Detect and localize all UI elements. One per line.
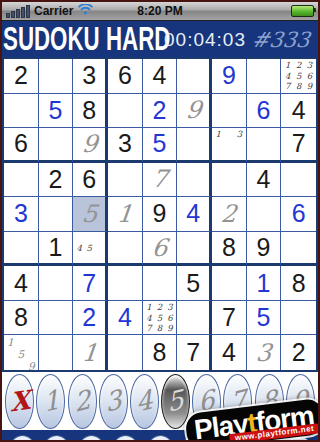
second-row-oval[interactable] bbox=[144, 435, 177, 440]
entered-digit: 2 bbox=[153, 98, 167, 123]
guess-digit: 9 bbox=[80, 132, 98, 156]
sudoku-grid: 2364912345678958296469351372674351942614… bbox=[2, 57, 318, 372]
cell-r5c6[interactable]: 4 bbox=[177, 197, 212, 232]
cell-r3c2[interactable] bbox=[39, 128, 74, 163]
cell-r9c4[interactable] bbox=[108, 335, 143, 370]
cell-r1c9[interactable]: 123456789 bbox=[281, 59, 316, 94]
cell-r2c5[interactable]: 2 bbox=[143, 94, 178, 129]
numpad-label: X bbox=[9, 385, 30, 418]
cell-r8c1[interactable]: 8 bbox=[4, 301, 39, 336]
cell-r3c4[interactable]: 3 bbox=[108, 128, 143, 163]
entered-digit: 2 bbox=[82, 305, 96, 330]
guess-digit: 2 bbox=[220, 202, 238, 226]
cell-r3c9[interactable]: 7 bbox=[281, 128, 316, 163]
numpad-label: 4 bbox=[135, 384, 154, 418]
cell-r5c8[interactable] bbox=[247, 197, 282, 232]
cell-r7c3[interactable]: 7 bbox=[73, 266, 108, 301]
guess-digit: 1 bbox=[80, 341, 98, 365]
cell-r8c4[interactable]: 4 bbox=[108, 301, 143, 336]
candidate-marks: 45 bbox=[74, 233, 104, 263]
app-title: SUDOKU HARD bbox=[3, 21, 170, 57]
cell-r5c4[interactable]: 1 bbox=[108, 197, 143, 232]
cell-r5c1[interactable]: 3 bbox=[4, 197, 39, 232]
given-digit: 2 bbox=[14, 63, 28, 88]
cell-r2c3[interactable]: 8 bbox=[73, 94, 108, 129]
guess-digit: 3 bbox=[255, 341, 273, 365]
entered-digit: 5 bbox=[49, 98, 63, 123]
given-digit: 4 bbox=[257, 167, 271, 192]
cell-r9c3[interactable]: 1 bbox=[73, 335, 108, 370]
cell-r7c1[interactable]: 4 bbox=[4, 266, 39, 301]
given-digit: 8 bbox=[222, 235, 236, 260]
cell-r3c1[interactable]: 6 bbox=[4, 128, 39, 163]
given-digit: 3 bbox=[118, 131, 132, 156]
given-digit: 4 bbox=[222, 340, 236, 365]
given-digit: 8 bbox=[153, 340, 167, 365]
cell-r3c7[interactable]: 13 bbox=[212, 128, 247, 163]
cell-r8c3[interactable]: 2 bbox=[73, 301, 108, 336]
cell-r6c4[interactable] bbox=[108, 232, 143, 267]
cell-r9c2[interactable] bbox=[39, 335, 74, 370]
puzzle-number: #333 bbox=[251, 28, 312, 52]
entered-digit: 4 bbox=[118, 305, 132, 330]
given-digit: 6 bbox=[82, 167, 96, 192]
given-digit: 8 bbox=[14, 305, 28, 330]
numpad-label: 5 bbox=[166, 384, 185, 418]
cell-r1c1[interactable]: 2 bbox=[4, 59, 39, 94]
entered-digit: 3 bbox=[14, 201, 28, 226]
cell-r4c7[interactable] bbox=[212, 163, 247, 198]
entered-digit: 5 bbox=[153, 131, 167, 156]
given-digit: 6 bbox=[118, 63, 132, 88]
battery-icon bbox=[291, 5, 314, 17]
given-digit: 2 bbox=[49, 167, 63, 192]
entered-digit: 1 bbox=[257, 271, 271, 296]
given-digit: 7 bbox=[222, 305, 236, 330]
candidate-marks: 159 bbox=[5, 336, 37, 369]
candidate-marks: 13 bbox=[213, 129, 245, 159]
given-digit: 9 bbox=[153, 201, 167, 226]
cell-r8c9[interactable] bbox=[281, 301, 316, 336]
second-row-oval[interactable] bbox=[40, 435, 73, 440]
cell-r6c3[interactable]: 45 bbox=[73, 232, 108, 267]
entered-digit: 6 bbox=[257, 98, 271, 123]
cell-r9c9[interactable]: 2 bbox=[281, 335, 316, 370]
game-timer: 00:04:03 bbox=[164, 29, 246, 51]
given-digit: 8 bbox=[292, 271, 306, 296]
cell-r9c7[interactable]: 4 bbox=[212, 335, 247, 370]
cell-r4c4[interactable] bbox=[108, 163, 143, 198]
signal-strength-icon bbox=[6, 5, 30, 18]
cell-r8c6[interactable] bbox=[177, 301, 212, 336]
given-digit: 5 bbox=[186, 271, 200, 296]
entered-digit: 4 bbox=[186, 201, 200, 226]
guess-digit: 1 bbox=[116, 202, 134, 226]
cell-r9c6[interactable]: 7 bbox=[177, 335, 212, 370]
given-digit: 3 bbox=[82, 63, 96, 88]
cell-r3c6[interactable] bbox=[177, 128, 212, 163]
cell-r5c3[interactable]: 5 bbox=[73, 197, 108, 232]
cell-r7c7[interactable] bbox=[212, 266, 247, 301]
cell-r4c2[interactable]: 2 bbox=[39, 163, 74, 198]
cell-r4c5[interactable]: 7 bbox=[143, 163, 178, 198]
cell-r1c2[interactable] bbox=[39, 59, 74, 94]
cell-r4c8[interactable]: 4 bbox=[247, 163, 282, 198]
cell-r1c7[interactable]: 9 bbox=[212, 59, 247, 94]
cell-r5c2[interactable] bbox=[39, 197, 74, 232]
cell-r2c9[interactable]: 4 bbox=[281, 94, 316, 129]
cell-r4c6[interactable] bbox=[177, 163, 212, 198]
title-bar: SUDOKU HARD 00:04:03 #333 bbox=[2, 21, 318, 57]
second-row-oval[interactable] bbox=[75, 435, 108, 440]
entered-digit: 9 bbox=[222, 63, 236, 88]
wifi-icon bbox=[78, 4, 93, 18]
cell-r2c2[interactable]: 5 bbox=[39, 94, 74, 129]
cell-r8c8[interactable]: 5 bbox=[247, 301, 282, 336]
second-row-oval[interactable] bbox=[6, 435, 39, 440]
cell-r2c7[interactable] bbox=[212, 94, 247, 129]
entered-digit: 7 bbox=[82, 271, 96, 296]
cell-r9c5[interactable]: 8 bbox=[143, 335, 178, 370]
cell-r7c8[interactable]: 1 bbox=[247, 266, 282, 301]
cell-r8c5[interactable]: 123456789 bbox=[143, 301, 178, 336]
cell-r2c6[interactable]: 9 bbox=[177, 94, 212, 129]
entered-digit: 5 bbox=[257, 305, 271, 330]
numpad-4-button[interactable]: 4 bbox=[130, 374, 159, 429]
cell-r6c9[interactable] bbox=[281, 232, 316, 267]
cell-r6c6[interactable] bbox=[177, 232, 212, 267]
numpad-label: 3 bbox=[104, 384, 123, 418]
cell-r9c8[interactable]: 3 bbox=[247, 335, 282, 370]
cell-r2c1[interactable] bbox=[4, 94, 39, 129]
guess-digit: 7 bbox=[151, 167, 169, 191]
guess-digit: 5 bbox=[80, 202, 98, 226]
numpad-1-button[interactable]: 1 bbox=[36, 374, 65, 429]
cell-r2c8[interactable]: 6 bbox=[247, 94, 282, 129]
guess-digit: 6 bbox=[151, 236, 169, 260]
candidate-marks: 123456789 bbox=[282, 60, 315, 92]
cell-r1c5[interactable]: 4 bbox=[143, 59, 178, 94]
cell-r9c1[interactable]: 159 bbox=[4, 335, 39, 370]
cell-r3c5[interactable]: 5 bbox=[143, 128, 178, 163]
given-digit: 1 bbox=[49, 235, 63, 260]
status-bar: Carrier 8:20 PM bbox=[2, 2, 318, 21]
cell-r6c8[interactable]: 9 bbox=[247, 232, 282, 267]
given-digit: 9 bbox=[257, 235, 271, 260]
cell-r4c9[interactable] bbox=[281, 163, 316, 198]
cell-r7c5[interactable] bbox=[143, 266, 178, 301]
guess-digit: 9 bbox=[184, 98, 202, 122]
carrier-label: Carrier bbox=[34, 4, 73, 18]
cell-r6c7[interactable]: 8 bbox=[212, 232, 247, 267]
cell-r1c8[interactable] bbox=[247, 59, 282, 94]
entered-digit: 6 bbox=[292, 201, 306, 226]
cell-r8c7[interactable]: 7 bbox=[212, 301, 247, 336]
cell-r4c1[interactable] bbox=[4, 163, 39, 198]
numpad-label: 1 bbox=[41, 384, 60, 418]
cell-r7c9[interactable]: 8 bbox=[281, 266, 316, 301]
cell-r7c6[interactable]: 5 bbox=[177, 266, 212, 301]
cell-r5c9[interactable]: 6 bbox=[281, 197, 316, 232]
cell-r3c3[interactable]: 9 bbox=[73, 128, 108, 163]
numpad-3-button[interactable]: 3 bbox=[99, 374, 128, 429]
cell-r1c4[interactable]: 6 bbox=[108, 59, 143, 94]
given-digit: 4 bbox=[292, 98, 306, 123]
cell-r7c2[interactable] bbox=[39, 266, 74, 301]
cell-r6c1[interactable] bbox=[4, 232, 39, 267]
given-digit: 2 bbox=[292, 340, 306, 365]
second-row-oval[interactable] bbox=[109, 435, 142, 440]
erase-button[interactable]: X bbox=[5, 374, 34, 429]
cell-r2c4[interactable] bbox=[108, 94, 143, 129]
numpad-label: 2 bbox=[72, 384, 91, 418]
given-digit: 7 bbox=[186, 340, 200, 365]
cell-r5c7[interactable]: 2 bbox=[212, 197, 247, 232]
cell-r4c3[interactable]: 6 bbox=[73, 163, 108, 198]
cell-r3c8[interactable] bbox=[247, 128, 282, 163]
given-digit: 8 bbox=[82, 98, 96, 123]
cell-r6c2[interactable]: 1 bbox=[39, 232, 74, 267]
given-digit: 4 bbox=[153, 63, 167, 88]
given-digit: 4 bbox=[14, 271, 28, 296]
given-digit: 6 bbox=[14, 131, 28, 156]
cell-r1c6[interactable] bbox=[177, 59, 212, 94]
numpad-2-button[interactable]: 2 bbox=[68, 374, 97, 429]
cell-r8c2[interactable] bbox=[39, 301, 74, 336]
cell-r6c5[interactable]: 6 bbox=[143, 232, 178, 267]
cell-r7c4[interactable] bbox=[108, 266, 143, 301]
cell-r1c3[interactable]: 3 bbox=[73, 59, 108, 94]
cell-r5c5[interactable]: 9 bbox=[143, 197, 178, 232]
candidate-marks: 123456789 bbox=[144, 302, 176, 334]
given-digit: 7 bbox=[292, 131, 306, 156]
